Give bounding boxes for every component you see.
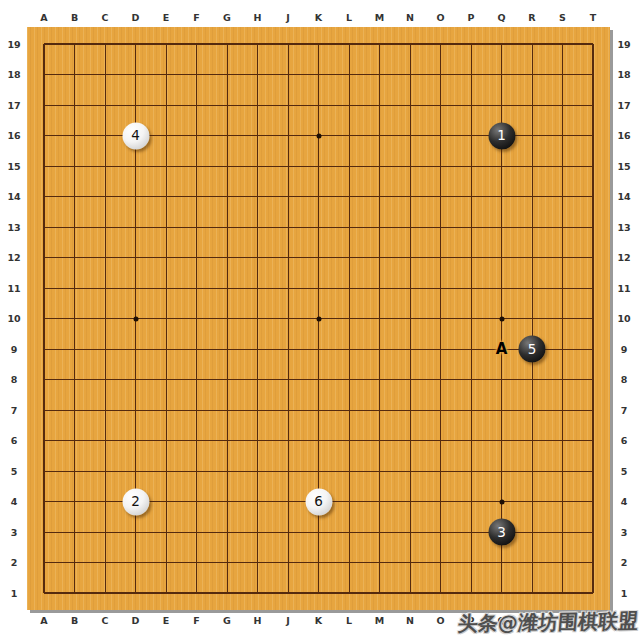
board-point-Q9[interactable]: A [486,334,517,365]
board-point-Q7[interactable] [486,395,517,426]
board-point-T1[interactable] [578,578,609,609]
board-point-R18[interactable] [517,59,548,90]
board-point-P9[interactable] [456,334,487,365]
board-point-G4[interactable] [212,486,243,517]
board-point-B16[interactable] [59,120,90,151]
board-point-S15[interactable] [547,151,578,182]
board-point-N16[interactable] [395,120,426,151]
board-point-F4[interactable] [181,486,212,517]
board-point-J4[interactable] [273,486,304,517]
board-point-C9[interactable] [90,334,121,365]
board-point-S9[interactable] [547,334,578,365]
board-point-L15[interactable] [334,151,365,182]
board-point-L9[interactable] [334,334,365,365]
board-point-G11[interactable] [212,273,243,304]
board-point-O10[interactable] [425,303,456,334]
board-point-J6[interactable] [273,425,304,456]
board-point-P11[interactable] [456,273,487,304]
board-point-J13[interactable] [273,212,304,243]
board-point-K4[interactable]: 6 [303,486,334,517]
board-point-N1[interactable] [395,578,426,609]
board-point-F13[interactable] [181,212,212,243]
board-point-B19[interactable] [59,29,90,60]
board-point-S5[interactable] [547,456,578,487]
board-point-G5[interactable] [212,456,243,487]
board-point-B11[interactable] [59,273,90,304]
board-point-P6[interactable] [456,425,487,456]
board-point-T18[interactable] [578,59,609,90]
board-point-A1[interactable] [29,578,60,609]
board-point-D11[interactable] [120,273,151,304]
board-point-G3[interactable] [212,517,243,548]
board-point-C3[interactable] [90,517,121,548]
board-point-M17[interactable] [364,90,395,121]
board-point-O11[interactable] [425,273,456,304]
board-point-S14[interactable] [547,181,578,212]
board-point-N5[interactable] [395,456,426,487]
board-point-N9[interactable] [395,334,426,365]
board-point-C15[interactable] [90,151,121,182]
board-point-H1[interactable] [242,578,273,609]
board-point-H19[interactable] [242,29,273,60]
board-point-K6[interactable] [303,425,334,456]
board-point-L7[interactable] [334,395,365,426]
board-point-T8[interactable] [578,364,609,395]
board-point-N4[interactable] [395,486,426,517]
board-point-E8[interactable] [151,364,182,395]
board-point-G1[interactable] [212,578,243,609]
board-point-L17[interactable] [334,90,365,121]
board-point-E17[interactable] [151,90,182,121]
board-point-D7[interactable] [120,395,151,426]
board-point-C18[interactable] [90,59,121,90]
board-point-A18[interactable] [29,59,60,90]
board-point-N15[interactable] [395,151,426,182]
board-point-H10[interactable] [242,303,273,334]
board-point-N2[interactable] [395,547,426,578]
board-point-R16[interactable] [517,120,548,151]
board-point-A17[interactable] [29,90,60,121]
board-point-J15[interactable] [273,151,304,182]
board-point-R6[interactable] [517,425,548,456]
board-point-P4[interactable] [456,486,487,517]
board-point-P1[interactable] [456,578,487,609]
board-point-F5[interactable] [181,456,212,487]
board-point-D9[interactable] [120,334,151,365]
board-point-E19[interactable] [151,29,182,60]
board-point-L6[interactable] [334,425,365,456]
board-point-P14[interactable] [456,181,487,212]
board-point-K14[interactable] [303,181,334,212]
board-point-C19[interactable] [90,29,121,60]
board-point-S11[interactable] [547,273,578,304]
board-point-B6[interactable] [59,425,90,456]
board-point-H18[interactable] [242,59,273,90]
board-point-D13[interactable] [120,212,151,243]
board-point-H15[interactable] [242,151,273,182]
board-point-G9[interactable] [212,334,243,365]
board-point-T6[interactable] [578,425,609,456]
board-point-C6[interactable] [90,425,121,456]
board-point-T14[interactable] [578,181,609,212]
board-point-F17[interactable] [181,90,212,121]
board-point-S2[interactable] [547,547,578,578]
board-point-T16[interactable] [578,120,609,151]
board-point-R1[interactable] [517,578,548,609]
board-point-G13[interactable] [212,212,243,243]
board-point-N19[interactable] [395,29,426,60]
board-point-C16[interactable] [90,120,121,151]
board-point-M6[interactable] [364,425,395,456]
board-point-P2[interactable] [456,547,487,578]
board-point-L8[interactable] [334,364,365,395]
board-point-M5[interactable] [364,456,395,487]
board-point-F1[interactable] [181,578,212,609]
board-point-J16[interactable] [273,120,304,151]
board-point-L14[interactable] [334,181,365,212]
board-point-A8[interactable] [29,364,60,395]
board-point-G17[interactable] [212,90,243,121]
board-point-O1[interactable] [425,578,456,609]
board-point-B9[interactable] [59,334,90,365]
board-point-R7[interactable] [517,395,548,426]
board-point-L12[interactable] [334,242,365,273]
board-point-R3[interactable] [517,517,548,548]
board-point-B3[interactable] [59,517,90,548]
board-point-N18[interactable] [395,59,426,90]
board-point-G14[interactable] [212,181,243,212]
board-point-R10[interactable] [517,303,548,334]
board-point-E12[interactable] [151,242,182,273]
board-point-T19[interactable] [578,29,609,60]
board-point-H16[interactable] [242,120,273,151]
board-point-C12[interactable] [90,242,121,273]
board-point-O9[interactable] [425,334,456,365]
board-point-D12[interactable] [120,242,151,273]
board-point-C8[interactable] [90,364,121,395]
board-point-F10[interactable] [181,303,212,334]
board-point-O17[interactable] [425,90,456,121]
board-point-P7[interactable] [456,395,487,426]
board-point-Q10[interactable] [486,303,517,334]
board-point-L3[interactable] [334,517,365,548]
board-point-P8[interactable] [456,364,487,395]
board-point-K11[interactable] [303,273,334,304]
board-point-C4[interactable] [90,486,121,517]
board-point-E9[interactable] [151,334,182,365]
board-point-T3[interactable] [578,517,609,548]
board-point-E1[interactable] [151,578,182,609]
board-point-D19[interactable] [120,29,151,60]
board-point-E2[interactable] [151,547,182,578]
board-point-H12[interactable] [242,242,273,273]
board-point-A3[interactable] [29,517,60,548]
board-point-O6[interactable] [425,425,456,456]
board-point-N17[interactable] [395,90,426,121]
board-point-O12[interactable] [425,242,456,273]
board-point-G8[interactable] [212,364,243,395]
board-point-P3[interactable] [456,517,487,548]
board-point-C1[interactable] [90,578,121,609]
board-point-J3[interactable] [273,517,304,548]
board-point-T2[interactable] [578,547,609,578]
board-point-N11[interactable] [395,273,426,304]
board-point-B1[interactable] [59,578,90,609]
board-point-S13[interactable] [547,212,578,243]
board-point-O16[interactable] [425,120,456,151]
board-point-B4[interactable] [59,486,90,517]
board-point-N14[interactable] [395,181,426,212]
board-point-E16[interactable] [151,120,182,151]
board-point-K17[interactable] [303,90,334,121]
board-point-L19[interactable] [334,29,365,60]
board-point-Q6[interactable] [486,425,517,456]
board-point-A2[interactable] [29,547,60,578]
board-point-T17[interactable] [578,90,609,121]
board-point-C17[interactable] [90,90,121,121]
board-point-B10[interactable] [59,303,90,334]
board-point-D5[interactable] [120,456,151,487]
board-point-C5[interactable] [90,456,121,487]
board-point-B14[interactable] [59,181,90,212]
board-point-G7[interactable] [212,395,243,426]
board-point-F16[interactable] [181,120,212,151]
board-point-F9[interactable] [181,334,212,365]
board-point-R5[interactable] [517,456,548,487]
board-point-Q15[interactable] [486,151,517,182]
board-point-H6[interactable] [242,425,273,456]
board-point-H14[interactable] [242,181,273,212]
board-point-E4[interactable] [151,486,182,517]
board-point-E14[interactable] [151,181,182,212]
board-point-D4[interactable]: 2 [120,486,151,517]
board-point-F7[interactable] [181,395,212,426]
board-point-O2[interactable] [425,547,456,578]
board-point-Q13[interactable] [486,212,517,243]
board-point-H2[interactable] [242,547,273,578]
board-point-O8[interactable] [425,364,456,395]
board-point-S10[interactable] [547,303,578,334]
board-point-K7[interactable] [303,395,334,426]
board-point-F6[interactable] [181,425,212,456]
board-point-S18[interactable] [547,59,578,90]
board-point-G6[interactable] [212,425,243,456]
board-point-M9[interactable] [364,334,395,365]
board-point-M13[interactable] [364,212,395,243]
board-point-O5[interactable] [425,456,456,487]
board-point-R4[interactable] [517,486,548,517]
board-point-A16[interactable] [29,120,60,151]
board-point-Q18[interactable] [486,59,517,90]
board-point-A10[interactable] [29,303,60,334]
board-point-A7[interactable] [29,395,60,426]
board-point-F15[interactable] [181,151,212,182]
board-point-K8[interactable] [303,364,334,395]
board-point-D14[interactable] [120,181,151,212]
board-point-N10[interactable] [395,303,426,334]
board-point-A9[interactable] [29,334,60,365]
board-point-J9[interactable] [273,334,304,365]
board-point-P10[interactable] [456,303,487,334]
board-point-J8[interactable] [273,364,304,395]
board-point-C7[interactable] [90,395,121,426]
board-point-J18[interactable] [273,59,304,90]
board-point-T12[interactable] [578,242,609,273]
board-point-J14[interactable] [273,181,304,212]
board-point-M3[interactable] [364,517,395,548]
board-point-Q12[interactable] [486,242,517,273]
board-point-B7[interactable] [59,395,90,426]
board-point-B15[interactable] [59,151,90,182]
board-point-B8[interactable] [59,364,90,395]
board-point-G19[interactable] [212,29,243,60]
board-point-C14[interactable] [90,181,121,212]
board-point-D8[interactable] [120,364,151,395]
board-point-F2[interactable] [181,547,212,578]
board-point-O19[interactable] [425,29,456,60]
board-point-J11[interactable] [273,273,304,304]
board-point-G12[interactable] [212,242,243,273]
board-point-L4[interactable] [334,486,365,517]
board-point-E7[interactable] [151,395,182,426]
board-point-H13[interactable] [242,212,273,243]
board-point-R2[interactable] [517,547,548,578]
board-point-K19[interactable] [303,29,334,60]
board-point-B18[interactable] [59,59,90,90]
board-point-D2[interactable] [120,547,151,578]
board-point-R17[interactable] [517,90,548,121]
board-point-Q8[interactable] [486,364,517,395]
board-point-Q19[interactable] [486,29,517,60]
board-point-G16[interactable] [212,120,243,151]
board-point-O7[interactable] [425,395,456,426]
board-point-F12[interactable] [181,242,212,273]
board-point-Q3[interactable]: 3 [486,517,517,548]
board-point-L5[interactable] [334,456,365,487]
board-point-D16[interactable]: 4 [120,120,151,151]
board-point-E15[interactable] [151,151,182,182]
board-point-A13[interactable] [29,212,60,243]
board-point-H5[interactable] [242,456,273,487]
board-point-N12[interactable] [395,242,426,273]
board-point-A6[interactable] [29,425,60,456]
board-point-S8[interactable] [547,364,578,395]
board-point-S3[interactable] [547,517,578,548]
board-point-L1[interactable] [334,578,365,609]
board-point-K15[interactable] [303,151,334,182]
board-point-M12[interactable] [364,242,395,273]
board-point-L2[interactable] [334,547,365,578]
board-point-J10[interactable] [273,303,304,334]
board-point-C2[interactable] [90,547,121,578]
board-point-S17[interactable] [547,90,578,121]
board-point-T7[interactable] [578,395,609,426]
board-point-P16[interactable] [456,120,487,151]
board-point-T11[interactable] [578,273,609,304]
board-point-S16[interactable] [547,120,578,151]
board-point-M2[interactable] [364,547,395,578]
board-point-T4[interactable] [578,486,609,517]
board-point-F14[interactable] [181,181,212,212]
board-point-H7[interactable] [242,395,273,426]
board-point-P5[interactable] [456,456,487,487]
board-point-O15[interactable] [425,151,456,182]
board-point-T15[interactable] [578,151,609,182]
board-point-K1[interactable] [303,578,334,609]
board-point-N8[interactable] [395,364,426,395]
board-point-E3[interactable] [151,517,182,548]
board-point-K12[interactable] [303,242,334,273]
board-point-M18[interactable] [364,59,395,90]
board-point-B2[interactable] [59,547,90,578]
board-point-K18[interactable] [303,59,334,90]
board-point-K5[interactable] [303,456,334,487]
board-point-G10[interactable] [212,303,243,334]
board-point-K10[interactable] [303,303,334,334]
board-point-D3[interactable] [120,517,151,548]
board-point-M14[interactable] [364,181,395,212]
board-point-D18[interactable] [120,59,151,90]
board-point-L16[interactable] [334,120,365,151]
board-point-Q1[interactable] [486,578,517,609]
board-point-Q4[interactable] [486,486,517,517]
board-point-F19[interactable] [181,29,212,60]
board-point-R13[interactable] [517,212,548,243]
board-point-B13[interactable] [59,212,90,243]
board-point-M15[interactable] [364,151,395,182]
board-point-N3[interactable] [395,517,426,548]
board-point-G2[interactable] [212,547,243,578]
board-point-R19[interactable] [517,29,548,60]
board-point-J17[interactable] [273,90,304,121]
board-point-P12[interactable] [456,242,487,273]
board-point-N6[interactable] [395,425,426,456]
board-point-L11[interactable] [334,273,365,304]
board-point-J12[interactable] [273,242,304,273]
board-point-C13[interactable] [90,212,121,243]
board-point-A19[interactable] [29,29,60,60]
board-point-F11[interactable] [181,273,212,304]
board-point-O4[interactable] [425,486,456,517]
board-point-D15[interactable] [120,151,151,182]
board-point-O13[interactable] [425,212,456,243]
board-point-K13[interactable] [303,212,334,243]
board-point-A4[interactable] [29,486,60,517]
board-point-K9[interactable] [303,334,334,365]
board-point-C11[interactable] [90,273,121,304]
board-point-M11[interactable] [364,273,395,304]
board-point-B12[interactable] [59,242,90,273]
board-point-J7[interactable] [273,395,304,426]
board-point-A11[interactable] [29,273,60,304]
board-point-L10[interactable] [334,303,365,334]
board-point-R12[interactable] [517,242,548,273]
board-point-M16[interactable] [364,120,395,151]
board-point-K16[interactable] [303,120,334,151]
board-point-H3[interactable] [242,517,273,548]
board-point-S4[interactable] [547,486,578,517]
board-point-M1[interactable] [364,578,395,609]
board-point-L18[interactable] [334,59,365,90]
board-point-J5[interactable] [273,456,304,487]
board-point-S1[interactable] [547,578,578,609]
board-point-S19[interactable] [547,29,578,60]
board-point-M4[interactable] [364,486,395,517]
board-point-F18[interactable] [181,59,212,90]
board-point-N13[interactable] [395,212,426,243]
board-point-C10[interactable] [90,303,121,334]
board-point-P15[interactable] [456,151,487,182]
